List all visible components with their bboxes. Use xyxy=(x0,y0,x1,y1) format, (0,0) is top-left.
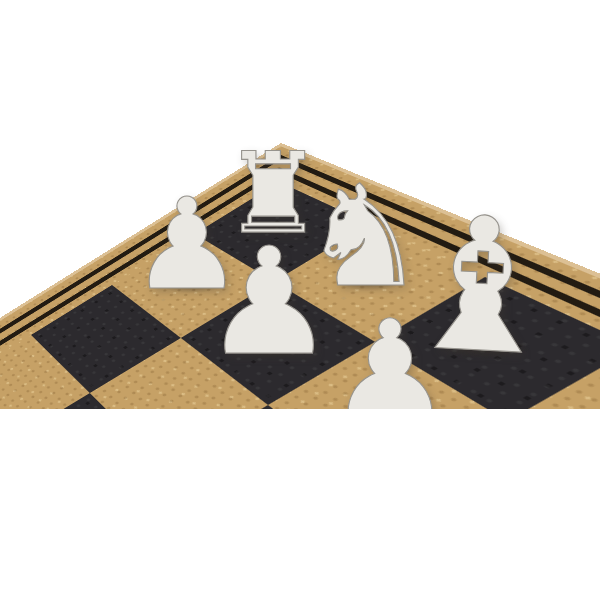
photo-crop-band xyxy=(0,409,600,600)
photo-frame: ♜♟♞♟♝♟ xyxy=(0,0,600,600)
